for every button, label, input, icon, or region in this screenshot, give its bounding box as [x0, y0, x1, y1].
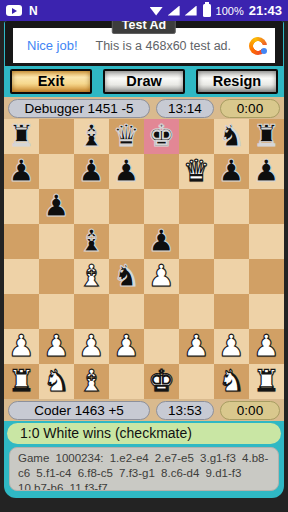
square-e2[interactable] [144, 329, 179, 364]
black-rook-piece: ♜ [249, 119, 284, 153]
black-queen-piece: ♛ [109, 119, 144, 153]
resign-button[interactable]: Resign [196, 69, 278, 94]
square-c6[interactable] [74, 189, 109, 224]
square-d7[interactable]: ♟ [109, 154, 144, 189]
square-d5[interactable] [109, 224, 144, 259]
square-g5[interactable] [214, 224, 249, 259]
square-h2[interactable]: ♟ [249, 329, 284, 364]
square-c7[interactable]: ♟ [74, 154, 109, 189]
square-e8[interactable]: ♚ [144, 119, 179, 154]
square-b2[interactable]: ♟ [39, 329, 74, 364]
ad-container: Test Ad Nice job! This is a 468x60 test … [5, 21, 283, 66]
white-pawn-piece: ♟ [144, 259, 179, 293]
square-h4[interactable] [249, 259, 284, 294]
chess-board: ♜♝♛♚♞♜♟♟♟♛♟♟♟♝♟♝♞♟♟♟♟♟♟♟♟♜♞♝♚♞♜ [4, 119, 284, 399]
signal-icon [185, 6, 197, 16]
square-h3[interactable] [249, 294, 284, 329]
square-a7[interactable]: ♟ [4, 154, 39, 189]
black-pawn-piece: ♟ [109, 154, 144, 188]
square-f2[interactable]: ♟ [179, 329, 214, 364]
black-king-piece: ♚ [144, 119, 179, 153]
player-clock: 13:53 [156, 401, 214, 420]
white-queen-piece: ♛ [179, 154, 214, 188]
player-info-bar: Coder 1463 +5 13:53 0:00 [4, 399, 284, 421]
square-g3[interactable] [214, 294, 249, 329]
move-list: Game 1000234: 1.e2-e4 2.e7-e5 3.g1-f3 4.… [9, 447, 279, 491]
square-f5[interactable] [179, 224, 214, 259]
square-f3[interactable] [179, 294, 214, 329]
phone-screen: N 100% 21:43 Test Ad Nice job! This is a… [0, 0, 288, 512]
white-bishop-piece: ♝ [74, 364, 109, 398]
white-pawn-piece: ♟ [214, 329, 249, 363]
black-pawn-piece: ♟ [144, 224, 179, 258]
square-h5[interactable] [249, 224, 284, 259]
black-bishop-piece: ♝ [74, 119, 109, 153]
square-g4[interactable] [214, 259, 249, 294]
system-icons: 100% 21:43 [150, 3, 282, 18]
square-d4[interactable]: ♞ [109, 259, 144, 294]
square-b4[interactable] [39, 259, 74, 294]
white-pawn-piece: ♟ [4, 329, 39, 363]
black-rook-piece: ♜ [4, 119, 39, 153]
square-a6[interactable] [4, 189, 39, 224]
white-rook-piece: ♜ [249, 364, 284, 398]
white-pawn-piece: ♟ [179, 329, 214, 363]
square-h1[interactable]: ♜ [249, 364, 284, 399]
white-knight-piece: ♞ [39, 364, 74, 398]
square-c5[interactable]: ♝ [74, 224, 109, 259]
square-b5[interactable] [39, 224, 74, 259]
white-knight-piece: ♞ [214, 364, 249, 398]
battery-icon [203, 4, 211, 17]
ad-body-text: This is a 468x60 test ad. [78, 39, 249, 53]
square-b7[interactable] [39, 154, 74, 189]
opponent-clock: 13:14 [156, 99, 214, 118]
test-ad-chip: Test Ad [112, 21, 176, 34]
white-pawn-piece: ♟ [74, 329, 109, 363]
square-h6[interactable] [249, 189, 284, 224]
black-bishop-piece: ♝ [74, 224, 109, 258]
signal-icon [168, 6, 180, 16]
square-d8[interactable]: ♛ [109, 119, 144, 154]
square-c3[interactable] [74, 294, 109, 329]
square-e3[interactable] [144, 294, 179, 329]
square-d1[interactable] [109, 364, 144, 399]
square-c4[interactable]: ♝ [74, 259, 109, 294]
square-g8[interactable]: ♞ [214, 119, 249, 154]
battery-percent: 100% [216, 5, 244, 17]
white-pawn-piece: ♟ [249, 329, 284, 363]
square-c8[interactable]: ♝ [74, 119, 109, 154]
square-a1[interactable]: ♜ [4, 364, 39, 399]
square-g7[interactable]: ♟ [214, 154, 249, 189]
square-b8[interactable] [39, 119, 74, 154]
admob-ring-icon [249, 37, 267, 55]
white-pawn-piece: ♟ [39, 329, 74, 363]
ad-headline: Nice job! [27, 38, 78, 53]
square-a3[interactable] [4, 294, 39, 329]
black-pawn-piece: ♟ [249, 154, 284, 188]
square-a2[interactable]: ♟ [4, 329, 39, 364]
black-pawn-piece: ♟ [214, 154, 249, 188]
draw-button[interactable]: Draw [103, 69, 185, 94]
black-pawn-piece: ♟ [39, 189, 74, 223]
black-pawn-piece: ♟ [4, 154, 39, 188]
black-knight-piece: ♞ [109, 259, 144, 293]
square-e1[interactable]: ♚ [144, 364, 179, 399]
square-g2[interactable]: ♟ [214, 329, 249, 364]
square-b1[interactable]: ♞ [39, 364, 74, 399]
square-e5[interactable]: ♟ [144, 224, 179, 259]
game-toolbar: Exit Draw Resign [4, 66, 284, 97]
square-e4[interactable]: ♟ [144, 259, 179, 294]
black-knight-piece: ♞ [214, 119, 249, 153]
square-h8[interactable]: ♜ [249, 119, 284, 154]
square-f7[interactable]: ♛ [179, 154, 214, 189]
white-bishop-piece: ♝ [74, 259, 109, 293]
n-icon: N [29, 5, 38, 17]
square-g6[interactable] [214, 189, 249, 224]
chess-app: Test Ad Nice job! This is a 468x60 test … [4, 21, 284, 498]
exit-button[interactable]: Exit [10, 69, 92, 94]
square-h7[interactable]: ♟ [249, 154, 284, 189]
square-c1[interactable]: ♝ [74, 364, 109, 399]
square-a5[interactable] [4, 224, 39, 259]
youtube-icon [6, 5, 22, 16]
black-pawn-piece: ♟ [74, 154, 109, 188]
wifi-icon [150, 6, 163, 16]
result-banner: 1:0 White wins (checkmate) [7, 423, 281, 444]
square-e7[interactable] [144, 154, 179, 189]
square-d3[interactable] [109, 294, 144, 329]
white-pawn-piece: ♟ [109, 329, 144, 363]
square-f6[interactable] [179, 189, 214, 224]
clock-time: 21:43 [249, 3, 282, 18]
square-d2[interactable]: ♟ [109, 329, 144, 364]
square-c2[interactable]: ♟ [74, 329, 109, 364]
opponent-name-rating: Debugger 1451 -5 [8, 99, 150, 118]
opponent-delay-clock: 0:00 [220, 99, 280, 118]
square-g1[interactable]: ♞ [214, 364, 249, 399]
square-a8[interactable]: ♜ [4, 119, 39, 154]
status-bar: N 100% 21:43 [0, 0, 288, 21]
opponent-info-bar: Debugger 1451 -5 13:14 0:00 [4, 97, 284, 119]
player-name-rating: Coder 1463 +5 [8, 401, 150, 420]
square-d6[interactable] [109, 189, 144, 224]
square-f4[interactable] [179, 259, 214, 294]
square-b3[interactable] [39, 294, 74, 329]
white-king-piece: ♚ [144, 364, 179, 398]
player-delay-clock: 0:00 [220, 401, 280, 420]
square-f1[interactable] [179, 364, 214, 399]
square-f8[interactable] [179, 119, 214, 154]
square-a4[interactable] [4, 259, 39, 294]
white-rook-piece: ♜ [4, 364, 39, 398]
square-b6[interactable]: ♟ [39, 189, 74, 224]
square-e6[interactable] [144, 189, 179, 224]
notification-icons: N [6, 5, 38, 17]
